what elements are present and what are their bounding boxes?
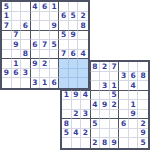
cell-r5c7-given[interactable]: 6 <box>69 50 79 60</box>
cell-r8c10-given[interactable]: 3 <box>100 81 110 91</box>
cell-r9c9-empty[interactable] <box>91 91 101 101</box>
cell-r14c10-given[interactable]: 8 <box>100 138 110 148</box>
cell-r8c14-empty[interactable] <box>138 81 148 91</box>
cell-r1c2-empty[interactable] <box>21 12 31 22</box>
cell-r7c14-given[interactable]: 8 <box>138 72 148 82</box>
cell-r13c10-empty[interactable] <box>100 129 110 139</box>
cell-r1c8-given[interactable]: 2 <box>78 12 88 22</box>
cell-r13c6-given[interactable]: 5 <box>62 129 72 139</box>
cell-r3c0-empty[interactable] <box>2 31 12 41</box>
cell-r7c1-given[interactable]: 6 <box>12 69 22 79</box>
cell-r3c6-given[interactable]: 5 <box>59 31 69 41</box>
cell-r7c8-empty[interactable] <box>78 69 88 79</box>
cell-r5c1-empty[interactable] <box>12 50 22 60</box>
cell-r0c1-empty[interactable] <box>12 2 22 12</box>
cell-r2c2-given[interactable]: 6 <box>21 21 31 31</box>
cell-r1c4-empty[interactable] <box>40 12 50 22</box>
cell-r7c12-given[interactable]: 3 <box>119 72 129 82</box>
cell-r3c5-empty[interactable] <box>50 31 60 41</box>
cell-r10c12-empty[interactable] <box>119 100 129 110</box>
cell-r6c9-given[interactable]: 8 <box>91 62 101 72</box>
cell-r12c13-empty[interactable] <box>129 119 139 129</box>
cell-r4c5-given[interactable]: 5 <box>50 40 60 50</box>
cell-r9c8-given[interactable]: 4 <box>81 91 91 101</box>
cell-r14c6-empty[interactable] <box>62 138 72 148</box>
cell-r3c2-empty[interactable] <box>21 31 31 41</box>
cell-r0c4-given[interactable]: 6 <box>40 2 50 12</box>
cell-r11c12-empty[interactable] <box>119 110 129 120</box>
cell-r13c11-empty[interactable] <box>110 129 120 139</box>
cell-r7c3-empty[interactable] <box>31 69 41 79</box>
cell-r10c6-empty[interactable] <box>62 100 72 110</box>
cell-r8c3-given[interactable]: 3 <box>31 78 41 88</box>
cell-r14c14-given[interactable]: 5 <box>138 138 148 148</box>
cell-r7c9-empty[interactable] <box>91 72 101 82</box>
cell-r11c9-empty[interactable] <box>91 110 101 120</box>
cell-r9c12-empty[interactable] <box>119 91 129 101</box>
cell-r14c9-given[interactable]: 2 <box>91 138 101 148</box>
cell-r7c13-given[interactable]: 6 <box>129 72 139 82</box>
cell-r7c0-given[interactable]: 9 <box>2 69 12 79</box>
cell-r11c10-empty[interactable] <box>100 110 110 120</box>
cell-r6c11-given[interactable]: 7 <box>110 62 120 72</box>
cell-r6c7-empty[interactable] <box>69 59 79 69</box>
cell-r8c7-empty[interactable] <box>69 78 79 88</box>
cell-r1c3-empty[interactable] <box>31 12 41 22</box>
cell-r6c3-given[interactable]: 9 <box>31 59 41 69</box>
cell-r1c1-empty[interactable] <box>12 12 22 22</box>
cell-r2c5-given[interactable]: 9 <box>50 21 60 31</box>
cell-r13c9-empty[interactable] <box>91 129 101 139</box>
cell-r8c2-empty[interactable] <box>21 78 31 88</box>
cell-r5c8-given[interactable]: 4 <box>78 50 88 60</box>
cell-r1c0-given[interactable]: 1 <box>2 12 12 22</box>
cell-r3c8-empty[interactable] <box>78 31 88 41</box>
cell-r10c11-given[interactable]: 2 <box>110 100 120 110</box>
cell-r13c12-empty[interactable] <box>119 129 129 139</box>
cell-r4c3-given[interactable]: 6 <box>31 40 41 50</box>
cell-r5c2-given[interactable]: 8 <box>21 50 31 60</box>
cell-r9c6-given[interactable]: 1 <box>62 91 72 101</box>
cell-r2c0-given[interactable]: 7 <box>2 21 12 31</box>
cell-r8c0-empty[interactable] <box>2 78 12 88</box>
cell-r4c0-empty[interactable] <box>2 40 12 50</box>
cell-r3c3-empty[interactable] <box>31 31 41 41</box>
cell-r5c6-given[interactable]: 7 <box>59 50 69 60</box>
cell-r0c2-empty[interactable] <box>21 2 31 12</box>
cell-r9c13-empty[interactable] <box>129 91 139 101</box>
cell-r8c8-empty[interactable] <box>78 78 88 88</box>
cell-r7c7-empty[interactable] <box>69 69 79 79</box>
cell-r3c7-given[interactable]: 9 <box>69 31 79 41</box>
cell-r10c9-given[interactable]: 4 <box>91 100 101 110</box>
cell-r11c8-given[interactable]: 3 <box>81 110 91 120</box>
cell-r6c8-empty[interactable] <box>78 59 88 69</box>
cell-r1c6-given[interactable]: 6 <box>59 12 69 22</box>
cell-r2c3-empty[interactable] <box>31 21 41 31</box>
cell-r6c4-given[interactable]: 2 <box>40 59 50 69</box>
cell-r2c8-given[interactable]: 8 <box>78 21 88 31</box>
cell-r1c7-given[interactable]: 5 <box>69 12 79 22</box>
cell-r10c10-given[interactable]: 9 <box>100 100 110 110</box>
cell-r7c6-empty[interactable] <box>59 69 69 79</box>
cell-r8c12-empty[interactable] <box>119 81 129 91</box>
cell-r5c4-empty[interactable] <box>40 50 50 60</box>
cell-r13c13-empty[interactable] <box>129 129 139 139</box>
sudoku-board: 82736831419454921239856254292895 5461165… <box>0 0 150 150</box>
grid-top-left: 54611652769875996758764192963316 <box>0 0 90 90</box>
cell-r11c14-empty[interactable] <box>138 110 148 120</box>
cell-r8c5-given[interactable]: 6 <box>50 78 60 88</box>
cell-r9c11-given[interactable]: 5 <box>110 91 120 101</box>
cell-r11c6-empty[interactable] <box>62 110 72 120</box>
cell-r4c4-given[interactable]: 7 <box>40 40 50 50</box>
cell-r11c7-given[interactable]: 2 <box>72 110 82 120</box>
cell-r5c3-empty[interactable] <box>31 50 41 60</box>
cell-r11c13-given[interactable]: 9 <box>129 110 139 120</box>
cell-r8c9-empty[interactable] <box>91 81 101 91</box>
cell-r14c12-empty[interactable] <box>119 138 129 148</box>
cell-r13c7-given[interactable]: 4 <box>72 129 82 139</box>
cell-r14c11-given[interactable]: 9 <box>110 138 120 148</box>
cell-r2c4-empty[interactable] <box>40 21 50 31</box>
cell-r12c9-given[interactable]: 5 <box>91 119 101 129</box>
cell-r13c8-given[interactable]: 2 <box>81 129 91 139</box>
cell-r5c5-empty[interactable] <box>50 50 60 60</box>
cell-r11c11-empty[interactable] <box>110 110 120 120</box>
cell-r13c14-given[interactable]: 9 <box>138 129 148 139</box>
cell-r7c4-empty[interactable] <box>40 69 50 79</box>
cell-r9c10-empty[interactable] <box>100 91 110 101</box>
cell-r3c4-empty[interactable] <box>40 31 50 41</box>
cell-r14c8-empty[interactable] <box>81 138 91 148</box>
cell-r12c11-empty[interactable] <box>110 119 120 129</box>
cell-r7c11-empty[interactable] <box>110 72 120 82</box>
cell-r6c5-empty[interactable] <box>50 59 60 69</box>
cell-r10c14-empty[interactable] <box>138 100 148 110</box>
cell-r4c1-given[interactable]: 9 <box>12 40 22 50</box>
cell-r9c14-empty[interactable] <box>138 91 148 101</box>
cell-r8c4-given[interactable]: 1 <box>40 78 50 88</box>
cell-r3c1-given[interactable]: 7 <box>12 31 22 41</box>
cell-r1c5-empty[interactable] <box>50 12 60 22</box>
cell-r8c13-given[interactable]: 4 <box>129 81 139 91</box>
cell-r0c5-given[interactable]: 1 <box>50 2 60 12</box>
cell-r7c10-empty[interactable] <box>100 72 110 82</box>
cell-r9c7-given[interactable]: 9 <box>72 91 82 101</box>
cell-r8c6-empty[interactable] <box>59 78 69 88</box>
cell-r6c10-given[interactable]: 2 <box>100 62 110 72</box>
cell-r8c1-empty[interactable] <box>12 78 22 88</box>
cell-r0c3-given[interactable]: 4 <box>31 2 41 12</box>
cell-r14c13-empty[interactable] <box>129 138 139 148</box>
cell-r12c10-empty[interactable] <box>100 119 110 129</box>
cell-r5c0-empty[interactable] <box>2 50 12 60</box>
cell-r7c2-given[interactable]: 3 <box>21 69 31 79</box>
cell-r6c6-empty[interactable] <box>59 59 69 69</box>
cell-r12c12-given[interactable]: 6 <box>119 119 129 129</box>
cell-r7c5-empty[interactable] <box>50 69 60 79</box>
cell-r14c7-empty[interactable] <box>72 138 82 148</box>
